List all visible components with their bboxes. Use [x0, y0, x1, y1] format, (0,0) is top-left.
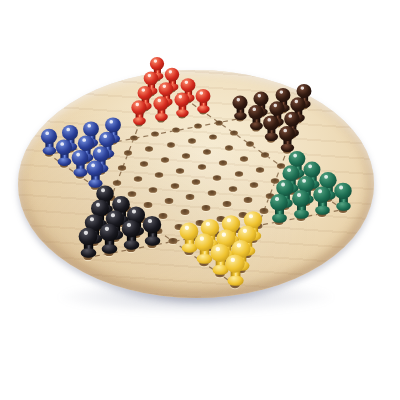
board-hole[interactable]	[244, 197, 253, 203]
peg-blue[interactable]	[41, 129, 57, 156]
peg-base	[315, 206, 330, 215]
peg-head	[290, 98, 305, 112]
peg-head	[288, 151, 305, 167]
peg-base	[336, 202, 351, 211]
peg-head	[334, 182, 351, 198]
peg-base	[293, 209, 308, 218]
peg-head	[285, 112, 301, 127]
peg-base	[265, 133, 278, 141]
board-hole[interactable]	[201, 205, 210, 211]
board-hole[interactable]	[134, 176, 142, 182]
peg-base	[58, 158, 72, 166]
board-hole[interactable]	[180, 209, 189, 215]
peg-red[interactable]	[174, 92, 189, 117]
peg-base	[234, 112, 247, 120]
peg-base	[144, 237, 159, 246]
peg-head	[132, 100, 147, 114]
board-hole[interactable]	[223, 201, 232, 207]
peg-head	[99, 132, 115, 147]
peg-head	[153, 96, 168, 110]
peg-base	[123, 241, 138, 250]
peg-head	[79, 228, 98, 246]
peg-green[interactable]	[271, 194, 289, 224]
peg-head	[279, 126, 295, 141]
peg-base	[176, 109, 189, 117]
board-hole[interactable]	[165, 198, 174, 204]
peg-head	[196, 89, 211, 103]
peg-head	[144, 71, 159, 85]
peg-red[interactable]	[132, 100, 147, 126]
chinese-checkers-product-photo	[0, 0, 400, 400]
peg-darkbrown[interactable]	[263, 116, 279, 142]
peg-black[interactable]	[79, 228, 98, 259]
peg-head	[105, 118, 121, 133]
board-hole[interactable]	[234, 171, 242, 177]
peg-black[interactable]	[143, 216, 162, 247]
board-hole[interactable]	[229, 186, 237, 192]
peg-head	[313, 186, 331, 203]
peg-base	[80, 249, 96, 258]
peg-base	[249, 123, 262, 131]
peg-yellow[interactable]	[226, 254, 245, 286]
peg-base	[272, 213, 287, 222]
board-hole[interactable]	[225, 146, 233, 151]
board-hole[interactable]	[250, 182, 258, 188]
board-hole[interactable]	[171, 183, 179, 189]
board-hole[interactable]	[192, 179, 200, 185]
peg-base	[227, 276, 243, 286]
peg-head	[226, 254, 245, 272]
peg-head	[121, 220, 140, 238]
peg-head	[143, 216, 162, 234]
peg-red[interactable]	[196, 89, 211, 114]
peg-green[interactable]	[292, 190, 310, 220]
peg-base	[133, 117, 146, 125]
peg-head	[100, 224, 119, 242]
peg-head	[254, 91, 269, 105]
peg-green[interactable]	[313, 186, 331, 215]
peg-black[interactable]	[121, 220, 140, 251]
peg-head	[269, 102, 284, 116]
peg-head	[180, 78, 195, 92]
peg-head	[138, 86, 153, 100]
board-hole[interactable]	[198, 164, 206, 169]
peg-head	[275, 87, 290, 101]
peg-head	[41, 129, 57, 144]
peg-head	[87, 161, 104, 177]
peg-head	[248, 105, 263, 120]
peg-head	[271, 194, 289, 211]
peg-darkbrown[interactable]	[279, 126, 295, 153]
peg-head	[304, 161, 321, 177]
peg-base	[102, 245, 118, 254]
board-hole[interactable]	[140, 161, 148, 166]
board-hole[interactable]	[256, 167, 264, 173]
peg-red[interactable]	[153, 96, 168, 122]
peg-head	[263, 116, 279, 131]
peg-base	[42, 147, 56, 155]
peg-head	[174, 92, 189, 106]
peg-head	[56, 140, 72, 155]
peg-blue[interactable]	[56, 140, 72, 167]
peg-green[interactable]	[334, 182, 351, 211]
peg-darkbrown[interactable]	[248, 105, 263, 131]
peg-head	[62, 125, 78, 140]
board-hole[interactable]	[207, 190, 216, 196]
peg-head	[232, 95, 247, 109]
peg-head	[159, 82, 174, 96]
peg-base	[73, 169, 87, 177]
board-hole[interactable]	[215, 120, 223, 125]
peg-black[interactable]	[100, 224, 119, 255]
peg-head	[292, 190, 310, 207]
peg-base	[154, 113, 167, 121]
peg-base	[197, 105, 209, 112]
peg-head	[165, 68, 179, 82]
peg-darkbrown[interactable]	[232, 95, 247, 120]
peg-head	[149, 57, 163, 70]
peg-head	[296, 83, 311, 97]
